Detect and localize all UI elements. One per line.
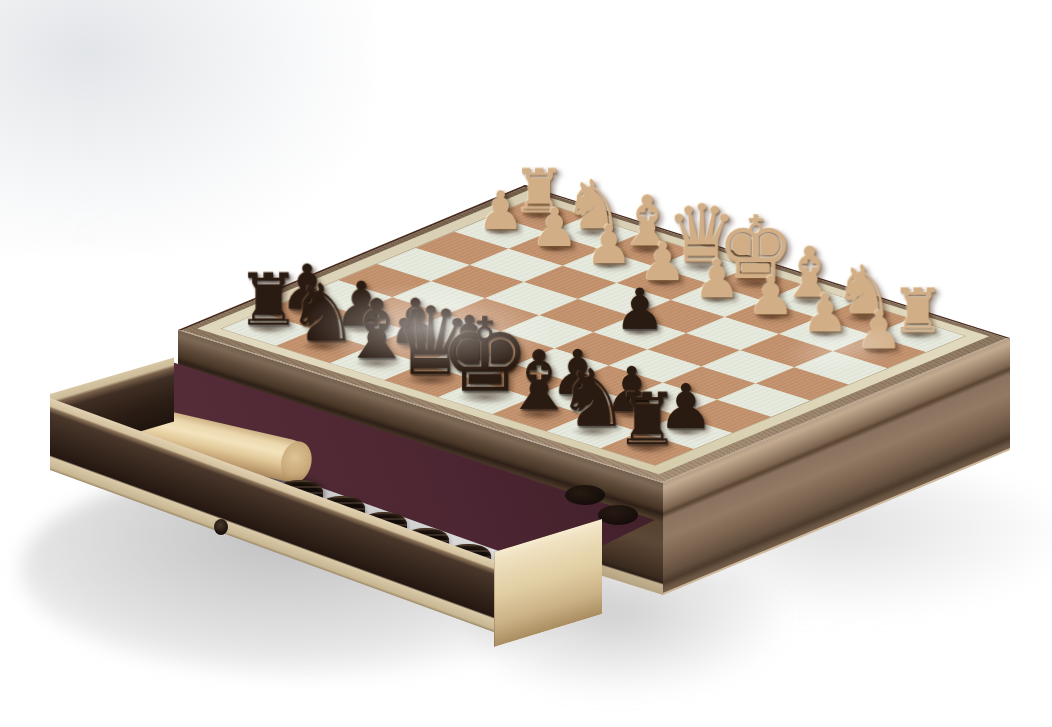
piece-white-pawn-e2[interactable]: ♟ bbox=[693, 252, 741, 305]
piece-white-pawn-g2[interactable]: ♟ bbox=[801, 286, 849, 339]
loose-checker bbox=[598, 505, 638, 525]
background-tint bbox=[0, 0, 370, 250]
piece-white-pawn-h2[interactable]: ♟ bbox=[856, 303, 904, 356]
drawer-keyhole-icon bbox=[214, 519, 228, 535]
piece-white-pawn-a2[interactable]: ♟ bbox=[477, 184, 525, 237]
chess-set-photo-scene: ♜♞♝♛♚♝♞♜♟♟♟♟♟♟♟♟♟♟♟♟♟♟♟♟♜♞♝♛♚♝♞♜ bbox=[0, 0, 1052, 727]
piece-white-pawn-f2[interactable]: ♟ bbox=[747, 269, 795, 322]
piece-black-pawn-e4[interactable]: ♟ bbox=[614, 281, 665, 338]
piece-white-pawn-b2[interactable]: ♟ bbox=[531, 201, 579, 254]
piece-white-pawn-c2[interactable]: ♟ bbox=[585, 218, 633, 271]
piece-black-rook-h8[interactable]: ♜ bbox=[615, 383, 680, 455]
loose-checker bbox=[565, 485, 605, 505]
